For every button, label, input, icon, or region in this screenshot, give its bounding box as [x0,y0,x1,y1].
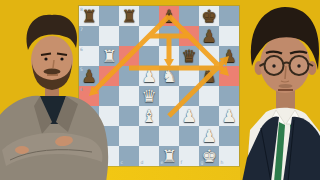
black-bishop-e8: ♝ [159,6,179,26]
black-knight-g5: ♞ [199,66,219,86]
square-g6 [199,46,219,66]
white-queen-d4: ♛ [139,86,159,106]
square-f7 [179,26,199,46]
black-king-g8: ♚ [199,6,219,26]
square-e7 [159,26,179,46]
square-e2 [159,126,179,146]
file-label-f: f [181,160,183,165]
black-queen-f6: ♛ [179,46,199,66]
file-label-c: c [121,160,123,165]
white-pawn-f3: ♟ [179,106,199,126]
square-c8: ♜ [119,6,139,26]
file-label-d: d [141,160,144,165]
square-c1: c [119,146,139,166]
square-f1: f [179,146,199,166]
white-knight-e5: ♞ [159,66,179,86]
square-d6 [139,46,159,66]
square-d1: d [139,146,159,166]
right-player-photo [222,0,320,180]
left-player-photo [0,0,120,180]
square-e8: ♝ [159,6,179,26]
white-bishop-d3: ♝ [139,106,159,126]
square-e4 [159,86,179,106]
white-pawn-g2: ♟ [199,126,219,146]
square-d5: ♟ [139,66,159,86]
square-g4 [199,86,219,106]
square-c4 [119,86,139,106]
square-d2 [139,126,159,146]
square-d4: ♛ [139,86,159,106]
square-g2: ♟ [199,126,219,146]
square-g5: ♞ [199,66,219,86]
white-pawn-d5: ♟ [139,66,159,86]
square-c3 [119,106,139,126]
square-f5 [179,66,199,86]
square-e1: e♜ [159,146,179,166]
square-f3: ♟ [179,106,199,126]
square-g8: ♚ [199,6,219,26]
white-rook-e1: ♜ [159,146,179,166]
square-c7 [119,26,139,46]
square-f6: ♛ [179,46,199,66]
square-d8 [139,6,159,26]
square-e3 [159,106,179,126]
square-f2 [179,126,199,146]
thumbnail-scene: 8♜♜♝♚7♟6♜♛♟5♟♟♞♞4♛3♝♟♟2♟1abcde♜fg♚h [0,0,320,180]
square-e5: ♞ [159,66,179,86]
square-c6 [119,46,139,66]
black-pawn-g7: ♟ [199,26,219,46]
white-king-g1: ♚ [199,146,219,166]
square-f8 [179,6,199,26]
square-d3: ♝ [139,106,159,126]
square-g7: ♟ [199,26,219,46]
square-c5 [119,66,139,86]
square-c2 [119,126,139,146]
black-rook-c8: ♜ [119,6,139,26]
square-g1: g♚ [199,146,219,166]
square-d7 [139,26,159,46]
square-e6 [159,46,179,66]
square-g3 [199,106,219,126]
square-f4 [179,86,199,106]
